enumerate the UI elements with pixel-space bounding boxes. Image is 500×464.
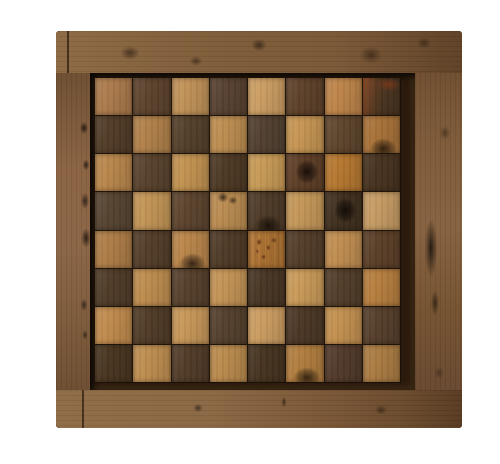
square-a6 xyxy=(95,154,132,191)
square-c3 xyxy=(172,269,209,306)
square-e7 xyxy=(248,116,285,153)
square-f1 xyxy=(286,345,323,382)
frame-top-rail xyxy=(56,31,462,73)
square-f4 xyxy=(286,231,323,268)
square-h5 xyxy=(363,192,400,229)
square-e8 xyxy=(248,78,285,115)
square-c7 xyxy=(172,116,209,153)
frame-bottom-rail xyxy=(56,390,462,428)
square-a3 xyxy=(95,269,132,306)
square-f7 xyxy=(286,116,323,153)
square-e2 xyxy=(248,307,285,344)
frame-right-rail xyxy=(415,73,462,390)
square-a7 xyxy=(95,116,132,153)
square-g3 xyxy=(325,269,362,306)
square-c1 xyxy=(172,345,209,382)
square-h1 xyxy=(363,345,400,382)
square-h6 xyxy=(363,154,400,191)
square-b6 xyxy=(133,154,170,191)
square-f8 xyxy=(286,78,323,115)
square-b7 xyxy=(133,116,170,153)
square-d6 xyxy=(210,154,247,191)
square-d8 xyxy=(210,78,247,115)
square-g7 xyxy=(325,116,362,153)
square-e4 xyxy=(248,231,285,268)
square-c5 xyxy=(172,192,209,229)
square-e1 xyxy=(248,345,285,382)
square-e5 xyxy=(248,192,285,229)
square-e6 xyxy=(248,154,285,191)
square-a8 xyxy=(95,78,132,115)
square-d2 xyxy=(210,307,247,344)
square-d1 xyxy=(210,345,247,382)
square-f5 xyxy=(286,192,323,229)
square-g8 xyxy=(325,78,362,115)
square-f3 xyxy=(286,269,323,306)
square-c6 xyxy=(172,154,209,191)
square-a4 xyxy=(95,231,132,268)
square-b2 xyxy=(133,307,170,344)
square-d7 xyxy=(210,116,247,153)
square-d5 xyxy=(210,192,247,229)
square-b1 xyxy=(133,345,170,382)
square-c8 xyxy=(172,78,209,115)
square-g5 xyxy=(325,192,362,229)
frame-left-rail xyxy=(56,73,90,390)
square-b5 xyxy=(133,192,170,229)
square-c4 xyxy=(172,231,209,268)
square-h3 xyxy=(363,269,400,306)
square-b4 xyxy=(133,231,170,268)
square-f6 xyxy=(286,154,323,191)
square-c2 xyxy=(172,307,209,344)
checkerboard-grid xyxy=(95,78,400,382)
square-g1 xyxy=(325,345,362,382)
frame-joint-seam-top-left xyxy=(67,31,69,73)
frame-joint-seam-bottom-left xyxy=(82,390,84,428)
photo-background xyxy=(0,0,500,464)
square-d4 xyxy=(210,231,247,268)
square-h7 xyxy=(363,116,400,153)
square-g4 xyxy=(325,231,362,268)
square-a1 xyxy=(95,345,132,382)
square-b3 xyxy=(133,269,170,306)
square-d3 xyxy=(210,269,247,306)
square-h8 xyxy=(363,78,400,115)
square-h2 xyxy=(363,307,400,344)
square-g6 xyxy=(325,154,362,191)
square-b8 xyxy=(133,78,170,115)
square-a2 xyxy=(95,307,132,344)
square-f2 xyxy=(286,307,323,344)
square-h4 xyxy=(363,231,400,268)
square-g2 xyxy=(325,307,362,344)
square-e3 xyxy=(248,269,285,306)
square-a5 xyxy=(95,192,132,229)
game-board xyxy=(56,31,462,428)
